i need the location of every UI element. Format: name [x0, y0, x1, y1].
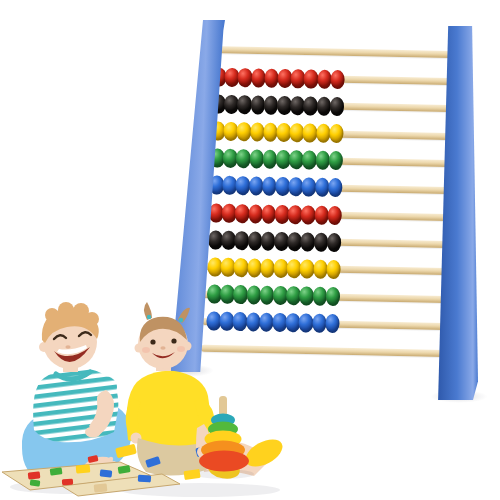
green-bead-group: [210, 149, 342, 171]
yellow-bead[interactable]: [300, 259, 315, 278]
red-bead[interactable]: [235, 204, 250, 223]
red-bead-group: [211, 67, 343, 89]
child-left-hand: [85, 427, 101, 438]
green-bead[interactable]: [302, 151, 317, 170]
black-bead[interactable]: [327, 233, 342, 252]
stacker-ring-red: [199, 451, 249, 472]
black-bead[interactable]: [237, 95, 252, 114]
black-bead[interactable]: [330, 97, 345, 116]
abacus-rod: [207, 46, 465, 58]
blue-bead[interactable]: [235, 176, 250, 195]
product-photo-scene: [0, 0, 500, 500]
child-left: [22, 302, 131, 485]
yellow-bead[interactable]: [329, 124, 344, 143]
red-bead[interactable]: [327, 205, 342, 224]
toe: [109, 457, 113, 461]
child-left-nose: [65, 345, 70, 349]
blue-bead[interactable]: [325, 314, 340, 333]
blue-bead[interactable]: [328, 178, 343, 197]
red-bead-group: [209, 203, 341, 225]
children-and-toys: [0, 290, 300, 500]
green-bead[interactable]: [236, 149, 251, 168]
puzzle-piece: [100, 469, 113, 477]
yellow-bead[interactable]: [237, 122, 252, 141]
puzzle-piece: [76, 464, 91, 473]
red-bead[interactable]: [330, 70, 345, 89]
blue-bead-group: [209, 176, 341, 198]
green-bead[interactable]: [326, 287, 341, 306]
yellow-bead-group: [207, 257, 339, 279]
yellow-bead-group: [210, 122, 342, 144]
blush: [177, 346, 185, 352]
blush: [142, 347, 150, 353]
yellow-bead[interactable]: [234, 258, 249, 277]
green-bead[interactable]: [328, 151, 343, 170]
puzzle-piece: [28, 471, 41, 479]
black-bead-group: [211, 94, 343, 116]
child-right-eye-left: [150, 339, 155, 344]
red-bead[interactable]: [301, 205, 316, 224]
black-bead[interactable]: [234, 231, 249, 250]
child-right-eye-right: [171, 338, 176, 343]
puzzle-piece: [138, 475, 151, 483]
pigtail-tie-right: [179, 318, 183, 322]
yellow-bead[interactable]: [303, 123, 318, 142]
black-bead[interactable]: [300, 232, 315, 251]
puzzle-piece: [94, 483, 108, 492]
green-bead[interactable]: [299, 286, 314, 305]
child-right-nose: [160, 346, 165, 350]
red-bead[interactable]: [304, 69, 319, 88]
pigtail-tie-left: [147, 315, 151, 319]
red-bead[interactable]: [238, 68, 253, 87]
black-bead-group: [208, 230, 340, 252]
blue-bead[interactable]: [301, 178, 316, 197]
puzzle-piece: [62, 479, 73, 486]
yellow-bead[interactable]: [326, 260, 341, 279]
blue-bead[interactable]: [299, 314, 314, 333]
black-bead[interactable]: [303, 96, 318, 115]
